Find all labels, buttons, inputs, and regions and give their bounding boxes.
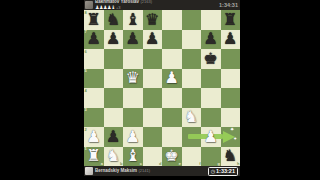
piece-black-p-h7[interactable]: ♟ (221, 30, 241, 50)
piece-white-k-e1[interactable]: ♚ (162, 147, 182, 167)
rank-label-6: 6 (85, 50, 87, 54)
square-f8[interactable] (182, 10, 202, 30)
square-b5[interactable] (104, 69, 124, 89)
square-b3[interactable] (104, 108, 124, 128)
square-g8[interactable] (201, 10, 221, 30)
piece-black-r-a8[interactable]: ♜ (84, 10, 104, 30)
piece-white-n-f3[interactable]: ♞ (182, 108, 202, 128)
square-d1[interactable]: d (143, 147, 163, 167)
bottom-player-clock-time: 1:33:21 (216, 168, 235, 174)
piece-black-n-b8[interactable]: ♞ (104, 10, 124, 30)
square-a4[interactable]: 4 (84, 88, 104, 108)
square-e8[interactable] (162, 10, 182, 30)
square-d3[interactable] (143, 108, 163, 128)
square-b6[interactable] (104, 49, 124, 69)
piece-black-p-d7[interactable]: ♟ (143, 30, 163, 50)
bottom-player-name[interactable]: Bernadskiy Maksim (95, 169, 137, 174)
square-c4[interactable] (123, 88, 143, 108)
square-f7[interactable] (182, 30, 202, 50)
square-e2[interactable] (162, 127, 182, 147)
square-f5[interactable] (182, 69, 202, 89)
piece-black-p-a7[interactable]: ♟ (84, 30, 104, 50)
piece-black-p-b2[interactable]: ♟ (104, 127, 124, 147)
piece-black-r-h8[interactable]: ♜ (221, 10, 241, 30)
piece-white-b-c1[interactable]: ♝ (123, 147, 143, 167)
square-d6[interactable] (143, 49, 163, 69)
sparkle-icon-2: ✦ (234, 137, 237, 141)
top-player-avatar[interactable] (85, 1, 93, 9)
piece-black-n-h1[interactable]: ♞ (221, 147, 241, 167)
square-f6[interactable] (182, 49, 202, 69)
square-e7[interactable] (162, 30, 182, 50)
square-e3[interactable] (162, 108, 182, 128)
square-g5[interactable] (201, 69, 221, 89)
square-e4[interactable] (162, 88, 182, 108)
square-a6[interactable]: 6 (84, 49, 104, 69)
piece-black-p-c7[interactable]: ♟ (123, 30, 143, 50)
top-player-rating: (2163) (140, 0, 152, 4)
bottom-player-bar: Bernadskiy Maksim (2141) ◷ 1:33:21 (84, 166, 240, 176)
square-d4[interactable] (143, 88, 163, 108)
square-d2[interactable] (143, 127, 163, 147)
square-h3[interactable] (221, 108, 241, 128)
square-h4[interactable] (221, 88, 241, 108)
piece-white-p-e5[interactable]: ♟ (162, 69, 182, 89)
piece-white-r-a1[interactable]: ♜ (84, 147, 104, 167)
piece-black-q-d8[interactable]: ♛ (143, 10, 163, 30)
square-b4[interactable] (104, 88, 124, 108)
square-c3[interactable] (123, 108, 143, 128)
piece-black-b-c8[interactable]: ♝ (123, 10, 143, 30)
square-e6[interactable] (162, 49, 182, 69)
piece-white-q-c5[interactable]: ♛ (123, 69, 143, 89)
square-h5[interactable] (221, 69, 241, 89)
square-g1[interactable]: g (201, 147, 221, 167)
bottom-player-avatar[interactable] (85, 167, 93, 175)
video-frame: Bakhmatov Yaroslav (2163) ♟♟♟♟♝ +3 1:34:… (0, 0, 320, 180)
top-player-bar: Bakhmatov Yaroslav (2163) ♟♟♟♟♝ +3 1:34:… (84, 0, 240, 10)
piece-white-p-a2[interactable]: ♟ (84, 127, 104, 147)
bottom-player-clock: ◷ 1:33:21 (208, 167, 238, 176)
square-f4[interactable] (182, 88, 202, 108)
square-f1[interactable]: f (182, 147, 202, 167)
piece-white-p-g2[interactable]: ♟ (201, 127, 221, 147)
rank-label-5: 5 (85, 69, 87, 73)
piece-black-p-g7[interactable]: ♟ (201, 30, 221, 50)
square-c6[interactable] (123, 49, 143, 69)
piece-black-p-b7[interactable]: ♟ (104, 30, 124, 50)
piece-black-k-g6[interactable]: ♚ (201, 49, 221, 69)
piece-white-n-b1[interactable]: ♞ (104, 147, 124, 167)
chess-board[interactable]: 87654321abcdefgh♜♞♝♛♜♟♟♟♟♟♟♚♛♟♞♟♟♟♟♜♞♝♚♞… (84, 10, 240, 166)
square-g4[interactable] (201, 88, 221, 108)
sparkle-icon-1: ✦ (230, 127, 234, 132)
square-a5[interactable]: 5 (84, 69, 104, 89)
square-g3[interactable] (201, 108, 221, 128)
top-player-clock: 1:34:31 (219, 2, 238, 8)
rank-label-4: 4 (85, 89, 87, 93)
rank-label-3: 3 (85, 108, 87, 112)
bottom-player-rating: (2141) (139, 169, 151, 173)
piece-white-p-c2[interactable]: ♟ (123, 127, 143, 147)
timer-icon: ◷ (211, 169, 215, 174)
square-d5[interactable] (143, 69, 163, 89)
square-h6[interactable] (221, 49, 241, 69)
square-a3[interactable]: 3 (84, 108, 104, 128)
